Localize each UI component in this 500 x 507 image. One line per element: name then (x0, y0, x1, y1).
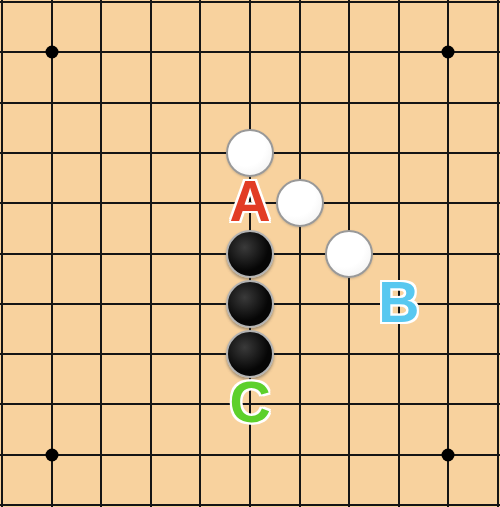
black-stone (226, 280, 274, 328)
star-point (442, 46, 455, 59)
black-stone (226, 230, 274, 278)
go-board[interactable]: ABC (0, 0, 500, 507)
white-stone (276, 179, 324, 227)
move-label-B[interactable]: B (378, 274, 419, 331)
move-label-A[interactable]: A (229, 173, 270, 230)
grid-line-horizontal (0, 51, 500, 53)
grid-line-horizontal (0, 1, 500, 3)
grid-line-horizontal (0, 454, 500, 456)
star-point (45, 46, 58, 59)
grid-line-horizontal (0, 102, 500, 104)
grid-line-horizontal (0, 504, 500, 506)
star-point (442, 448, 455, 461)
white-stone (325, 230, 373, 278)
move-label-C[interactable]: C (229, 374, 270, 431)
star-point (45, 448, 58, 461)
